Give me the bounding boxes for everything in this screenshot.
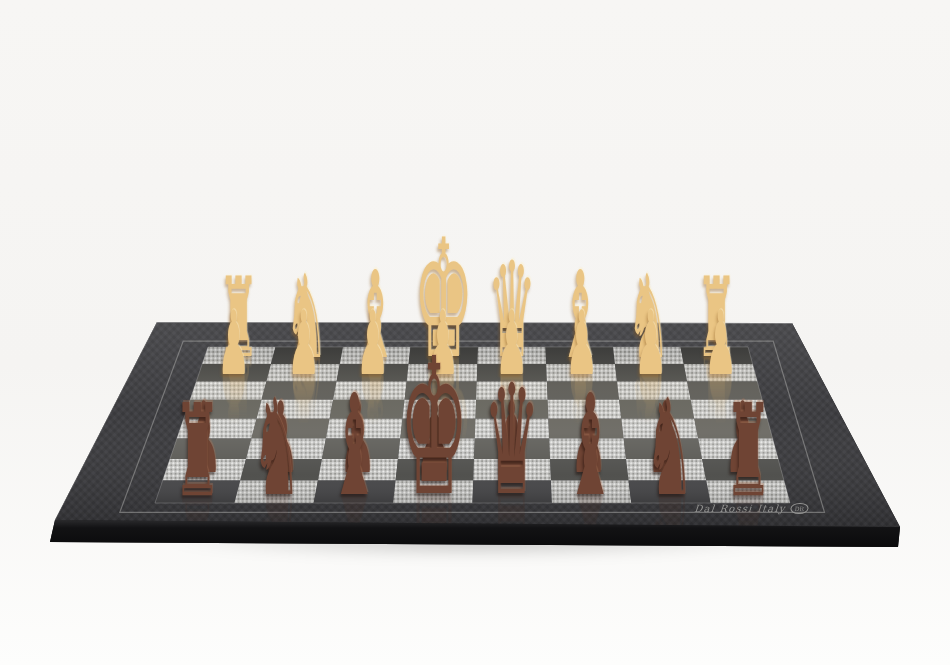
board-signature: Dal Rossi ItalyDR <box>693 503 865 523</box>
board-signature-text: Dal Rossi Italy <box>694 503 786 514</box>
chess-board <box>0 0 950 665</box>
chess-set-product-photo: Dal Rossi ItalyDR ♜♞♝♚♛♝♞♜♟♟♟♟♟♟♟♟♜♞♝♚♛♝… <box>0 0 950 665</box>
field-gloss-sheen <box>155 347 790 503</box>
maker-badge: DR <box>790 503 808 514</box>
